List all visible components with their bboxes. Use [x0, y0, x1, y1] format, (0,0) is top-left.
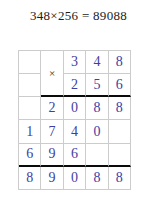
grid-cell-r5c4 — [86, 144, 108, 167]
grid-cell-r5c5 — [109, 144, 131, 167]
grid-cell-r4c3: 4 — [64, 120, 86, 143]
grid-cell-r6c3: 0 — [64, 167, 86, 190]
grid-cell-r6c2: 9 — [41, 167, 63, 190]
grid-cell-r3c4: 8 — [86, 97, 108, 120]
grid-cell-r2c3: 2 — [64, 74, 86, 97]
grid-cell-r1c5: 8 — [109, 51, 131, 74]
grid-cell-r4c5 — [109, 120, 131, 143]
grid-cell-r6c5: 8 — [109, 167, 131, 190]
grid-cell-r5c3: 6 — [64, 144, 86, 167]
grid-cell-r3c1 — [19, 97, 41, 120]
grid-cell-r5c1: 6 — [19, 144, 41, 167]
long-multiplication-grid: × 3 4 8 2 5 6 2 0 8 8 1 7 4 0 6 9 6 8 9 … — [18, 50, 131, 190]
multiply-operator-cell: × — [41, 51, 63, 97]
grid-cell-r2c1 — [19, 74, 41, 97]
grid-cell-r2c4: 5 — [86, 74, 108, 97]
grid-cell-r1c4: 4 — [86, 51, 108, 74]
grid-cell-r4c2: 7 — [41, 120, 63, 143]
grid-cell-r3c5: 8 — [109, 97, 131, 120]
grid-cell-r4c1: 1 — [19, 120, 41, 143]
grid-cell-r2c5: 6 — [109, 74, 131, 97]
grid-cell-r3c2: 2 — [41, 97, 63, 120]
equation-title: 348×256 = 89088 — [0, 8, 157, 24]
grid-cell-r3c3: 0 — [64, 97, 86, 120]
grid-cell-r6c1: 8 — [19, 167, 41, 190]
grid-cell-r4c4: 0 — [86, 120, 108, 143]
grid-cell-r6c4: 8 — [86, 167, 108, 190]
grid-cell-r1c1 — [19, 51, 41, 74]
grid-cell-r1c3: 3 — [64, 51, 86, 74]
grid-cell-r5c2: 9 — [41, 144, 63, 167]
